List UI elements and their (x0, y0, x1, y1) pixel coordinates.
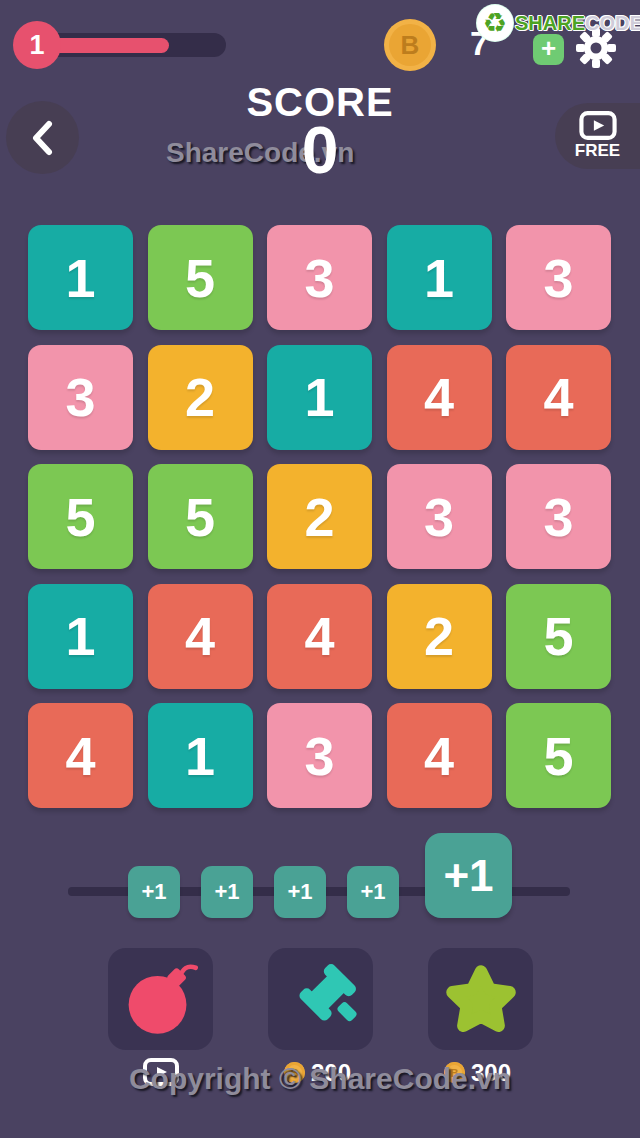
board-grid: 1531332144552331442541345 (28, 225, 611, 808)
tile-r3c2[interactable]: 5 (148, 464, 253, 569)
star-icon (441, 959, 521, 1039)
tile-r2c5[interactable]: 4 (506, 345, 611, 450)
recycle-icon: ♻ (477, 5, 513, 41)
tile-r1c5[interactable]: 3 (506, 225, 611, 330)
tile-r1c2[interactable]: 5 (148, 225, 253, 330)
queue-tile-1[interactable]: +1 (128, 866, 180, 918)
bomb-powerup-button[interactable] (108, 948, 213, 1050)
coin-letter: B (389, 24, 431, 66)
level-badge: 1 (13, 21, 61, 69)
coin-icon: B (384, 19, 436, 71)
star-powerup-button[interactable] (428, 948, 533, 1050)
hammer-powerup-button[interactable] (268, 948, 373, 1050)
tile-r1c3[interactable]: 3 (267, 225, 372, 330)
tile-r4c2[interactable]: 4 (148, 584, 253, 689)
tile-r5c3[interactable]: 3 (267, 703, 372, 808)
bomb-icon (124, 962, 198, 1036)
tile-r3c1[interactable]: 5 (28, 464, 133, 569)
tile-r5c4[interactable]: 4 (387, 703, 492, 808)
score-value: 0 (0, 112, 640, 188)
watermark-logo: ♻ SHARECODE.vn (477, 5, 640, 41)
tile-r3c5[interactable]: 3 (506, 464, 611, 569)
tile-r2c1[interactable]: 3 (28, 345, 133, 450)
watermark-bottom: Copyright © ShareCode.vn (0, 1062, 640, 1096)
tile-r2c2[interactable]: 2 (148, 345, 253, 450)
tile-r2c4[interactable]: 4 (387, 345, 492, 450)
tile-r4c3[interactable]: 4 (267, 584, 372, 689)
watermark-code: CODE.vn (585, 12, 640, 34)
watermark-share: SHARE (515, 12, 585, 34)
tile-r5c2[interactable]: 1 (148, 703, 253, 808)
tile-r4c5[interactable]: 5 (506, 584, 611, 689)
level-number: 1 (29, 30, 44, 61)
tile-r4c1[interactable]: 1 (28, 584, 133, 689)
tile-r1c4[interactable]: 1 (387, 225, 492, 330)
tile-r3c3[interactable]: 2 (267, 464, 372, 569)
hammer-icon (283, 961, 359, 1037)
watermark-logo-text: SHARECODE.vn (515, 12, 640, 35)
tile-r4c4[interactable]: 2 (387, 584, 492, 689)
tile-r3c4[interactable]: 3 (387, 464, 492, 569)
tile-r5c5[interactable]: 5 (506, 703, 611, 808)
game-screen: 1 B 7 + ♻ SHARECODE.vn (0, 0, 640, 1138)
current-tile-button[interactable]: +1 (425, 833, 512, 918)
queue-tile-2[interactable]: +1 (201, 866, 253, 918)
tile-r5c1[interactable]: 4 (28, 703, 133, 808)
tile-r2c3[interactable]: 1 (267, 345, 372, 450)
queue-tile-4[interactable]: +1 (347, 866, 399, 918)
queue-tile-3[interactable]: +1 (274, 866, 326, 918)
tile-r1c1[interactable]: 1 (28, 225, 133, 330)
